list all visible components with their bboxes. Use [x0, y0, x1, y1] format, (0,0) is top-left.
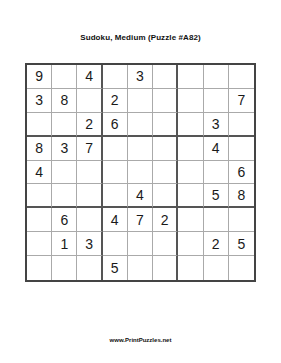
cell-r2c6	[153, 89, 178, 113]
cell-r7c8	[204, 208, 229, 232]
cell-r7c4: 4	[103, 208, 128, 232]
cell-r6c7	[178, 184, 203, 208]
sudoku-grid: 9433827263837446458647213255	[25, 63, 256, 282]
cell-r4c4	[103, 137, 128, 161]
cell-r2c1: 3	[27, 89, 52, 113]
cell-r7c6: 2	[153, 208, 178, 232]
cell-r1c3: 4	[77, 65, 102, 89]
cell-r2c8	[204, 89, 229, 113]
cell-r1c8	[204, 65, 229, 89]
cell-r8c8: 2	[204, 232, 229, 256]
cell-r4c8: 4	[204, 137, 229, 161]
cell-r5c1: 4	[27, 161, 52, 185]
cell-r7c2: 6	[52, 208, 77, 232]
cell-r8c1	[27, 232, 52, 256]
cell-r2c9: 7	[229, 89, 254, 113]
cell-r2c4: 2	[103, 89, 128, 113]
cell-r5c4	[103, 161, 128, 185]
cell-r9c6	[153, 256, 178, 280]
cell-r8c4	[103, 232, 128, 256]
cell-r3c8: 3	[204, 113, 229, 137]
cell-r2c3	[77, 89, 102, 113]
cell-r9c4: 5	[103, 256, 128, 280]
cell-r9c1	[27, 256, 52, 280]
cell-r2c2: 8	[52, 89, 77, 113]
cell-r5c2	[52, 161, 77, 185]
cell-r8c7	[178, 232, 203, 256]
cell-r4c9	[229, 137, 254, 161]
cell-r6c6	[153, 184, 178, 208]
cell-r6c5: 4	[128, 184, 153, 208]
cell-r4c5	[128, 137, 153, 161]
cell-r7c9	[229, 208, 254, 232]
cell-r1c1: 9	[27, 65, 52, 89]
cell-r5c5	[128, 161, 153, 185]
cell-r7c3	[77, 208, 102, 232]
cell-r6c2	[52, 184, 77, 208]
cell-r1c6	[153, 65, 178, 89]
cell-r3c2	[52, 113, 77, 137]
cell-r8c3: 3	[77, 232, 102, 256]
cell-r4c2: 3	[52, 137, 77, 161]
cell-r1c5: 3	[128, 65, 153, 89]
cell-r6c4	[103, 184, 128, 208]
cell-r9c7	[178, 256, 203, 280]
cell-r3c6	[153, 113, 178, 137]
cell-r3c4: 6	[103, 113, 128, 137]
footer-url: www.PrintPuzzles.net	[0, 337, 281, 343]
cell-r4c7	[178, 137, 203, 161]
cell-r3c9	[229, 113, 254, 137]
cell-r8c9: 5	[229, 232, 254, 256]
cell-r7c1	[27, 208, 52, 232]
cell-r4c3: 7	[77, 137, 102, 161]
cell-r4c1: 8	[27, 137, 52, 161]
cell-r3c1	[27, 113, 52, 137]
cell-r9c9	[229, 256, 254, 280]
cell-r7c7	[178, 208, 203, 232]
cell-r2c5	[128, 89, 153, 113]
cell-r6c1	[27, 184, 52, 208]
cell-r3c7	[178, 113, 203, 137]
cell-r4c6	[153, 137, 178, 161]
cell-r8c6	[153, 232, 178, 256]
cell-r1c4	[103, 65, 128, 89]
cell-r1c7	[178, 65, 203, 89]
cell-r5c7	[178, 161, 203, 185]
cell-r9c5	[128, 256, 153, 280]
sudoku-page: Sudoku, Medium (Puzzle #A82) 94338272638…	[0, 0, 281, 363]
cell-r7c5: 7	[128, 208, 153, 232]
cell-r3c5	[128, 113, 153, 137]
cell-r5c8	[204, 161, 229, 185]
cell-r9c2	[52, 256, 77, 280]
puzzle-title: Sudoku, Medium (Puzzle #A82)	[0, 33, 281, 42]
cell-r9c8	[204, 256, 229, 280]
cell-r8c5	[128, 232, 153, 256]
cell-r5c9: 6	[229, 161, 254, 185]
cell-r9c3	[77, 256, 102, 280]
cell-r3c3: 2	[77, 113, 102, 137]
cell-r5c6	[153, 161, 178, 185]
cell-r5c3	[77, 161, 102, 185]
cell-r8c2: 1	[52, 232, 77, 256]
cell-r1c2	[52, 65, 77, 89]
cell-r2c7	[178, 89, 203, 113]
cell-r1c9	[229, 65, 254, 89]
cell-r6c8: 5	[204, 184, 229, 208]
cell-r6c9: 8	[229, 184, 254, 208]
cell-r6c3	[77, 184, 102, 208]
